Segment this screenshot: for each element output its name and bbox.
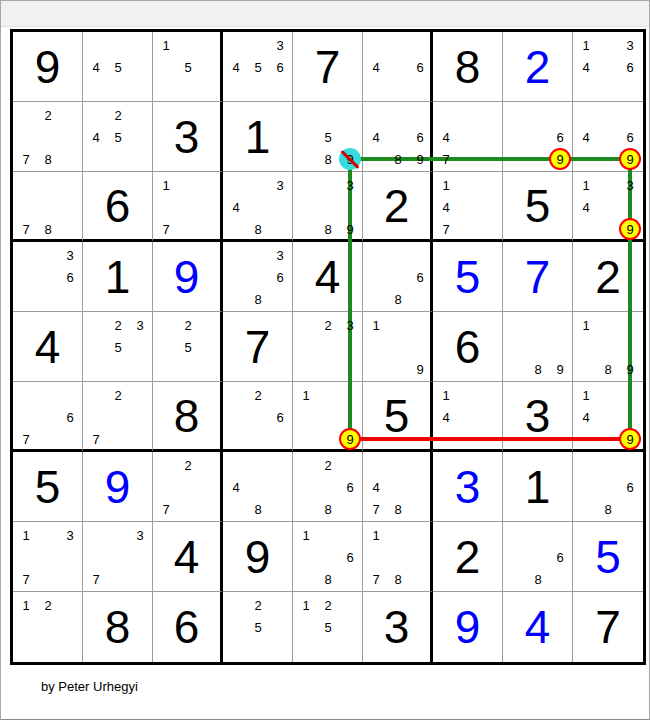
given-value-6: 6 (83, 172, 152, 239)
cell-r7c7[interactable]: 3 (433, 452, 503, 522)
cell-r8c7[interactable]: 2 (433, 522, 503, 592)
candidate-6: 6 (409, 266, 431, 288)
candidate-7: 7 (435, 148, 457, 170)
candidate-7: 7 (365, 498, 387, 520)
given-value-6: 6 (153, 592, 220, 662)
given-value-5: 5 (13, 452, 82, 521)
cell-r8c8[interactable]: 68 (503, 522, 573, 592)
given-value-7: 7 (293, 32, 362, 101)
cell-r4c5[interactable]: 4 (293, 242, 363, 312)
given-value-4: 4 (153, 522, 220, 591)
given-value-5: 5 (503, 172, 572, 239)
solved-value-2: 2 (503, 32, 572, 101)
cell-r1c9[interactable]: 1346 (573, 32, 643, 102)
solved-value-5: 5 (573, 522, 643, 591)
candidate-1: 1 (365, 524, 387, 546)
candidate-4: 4 (435, 406, 457, 428)
candidate-8: 8 (317, 148, 339, 170)
cell-r1c2[interactable]: 45 (83, 32, 153, 102)
candidate-2: 2 (177, 314, 199, 336)
cell-r2c3[interactable]: 3 (153, 102, 223, 172)
cell-r1c4[interactable]: 3456 (223, 32, 293, 102)
given-value-2: 2 (573, 242, 643, 311)
given-value-5: 5 (363, 382, 430, 449)
candidate-8: 8 (527, 358, 549, 380)
candidate-6: 6 (269, 56, 291, 78)
given-value-1: 1 (83, 242, 152, 311)
candidate-6: 6 (339, 546, 361, 568)
candidate-8: 8 (37, 218, 59, 240)
candidate-4: 4 (575, 406, 597, 428)
cell-r5c9[interactable]: 189 (573, 312, 643, 382)
top-bar (1, 1, 649, 27)
candidate-8: 8 (317, 498, 339, 520)
given-value-2: 2 (433, 522, 502, 591)
cell-r8c1[interactable]: 137 (13, 522, 83, 592)
candidate-1: 1 (15, 524, 37, 546)
cell-r7c3[interactable]: 27 (153, 452, 223, 522)
candidate-8: 8 (387, 568, 409, 590)
candidate-5: 5 (317, 126, 339, 148)
candidate-6: 6 (269, 266, 291, 288)
candidate-2: 2 (37, 104, 59, 126)
cell-r6c4[interactable]: 26 (223, 382, 293, 452)
candidate-2: 2 (107, 314, 129, 336)
cell-r7c4[interactable]: 48 (223, 452, 293, 522)
cell-r3c3[interactable]: 17 (153, 172, 223, 242)
candidate-2: 2 (317, 594, 339, 616)
candidate-3: 3 (269, 34, 291, 56)
cell-r2c8[interactable]: 69 (503, 102, 573, 172)
cell-r2c9[interactable]: 469 (573, 102, 643, 172)
candidate-4: 4 (85, 126, 107, 148)
candidate-7: 7 (155, 498, 177, 520)
candidate-1: 1 (435, 384, 457, 406)
candidate-4: 4 (435, 126, 457, 148)
cell-r5c1[interactable]: 4 (13, 312, 83, 382)
candidate-8: 8 (37, 148, 59, 170)
cell-r3c4[interactable]: 348 (223, 172, 293, 242)
candidate-3: 3 (59, 244, 81, 266)
candidate-6: 6 (339, 476, 361, 498)
candidate-2: 2 (177, 454, 199, 476)
candidate-3: 3 (129, 314, 151, 336)
given-value-6: 6 (433, 312, 502, 381)
cell-r1c6[interactable]: 46 (363, 32, 433, 102)
candidate-9: 9 (339, 218, 361, 240)
given-value-4: 4 (293, 242, 362, 311)
cell-r6c9[interactable]: 149 (573, 382, 643, 452)
cell-r9c5[interactable]: 125 (293, 592, 363, 662)
cell-r7c6[interactable]: 478 (363, 452, 433, 522)
candidate-9: 9 (409, 358, 431, 380)
cell-r5c3[interactable]: 25 (153, 312, 223, 382)
candidate-5: 5 (177, 336, 199, 358)
given-value-1: 1 (223, 102, 292, 171)
cell-r6c2[interactable]: 27 (83, 382, 153, 452)
candidate-7: 7 (85, 428, 107, 450)
cell-r7c8[interactable]: 1 (503, 452, 573, 522)
candidate-9: 9 (619, 358, 641, 380)
candidate-7: 7 (155, 218, 177, 240)
chain-node-candidate-9: 9 (619, 148, 641, 170)
candidate-1: 1 (575, 34, 597, 56)
cell-r5c5[interactable]: 23 (293, 312, 363, 382)
cell-r5c4[interactable]: 7 (223, 312, 293, 382)
candidate-4: 4 (365, 126, 387, 148)
candidate-3: 3 (339, 314, 361, 336)
candidate-4: 4 (365, 56, 387, 78)
candidate-2: 2 (247, 384, 269, 406)
cell-r9c1[interactable]: 12 (13, 592, 83, 662)
solved-value-9: 9 (83, 452, 152, 521)
candidate-8: 8 (387, 148, 409, 170)
cell-r8c6[interactable]: 178 (363, 522, 433, 592)
cell-r4c6[interactable]: 68 (363, 242, 433, 312)
cell-r4c4[interactable]: 368 (223, 242, 293, 312)
cell-r4c3[interactable]: 9 (153, 242, 223, 312)
candidate-6: 6 (409, 126, 431, 148)
given-value-8: 8 (433, 32, 502, 101)
candidate-4: 4 (575, 196, 597, 218)
cell-r5c8[interactable]: 89 (503, 312, 573, 382)
candidate-1: 1 (365, 314, 387, 336)
candidate-4: 4 (225, 56, 247, 78)
candidate-1: 1 (575, 314, 597, 336)
cell-r3c1[interactable]: 78 (13, 172, 83, 242)
candidate-7: 7 (435, 218, 457, 240)
candidate-2: 2 (317, 454, 339, 476)
cell-r4c8[interactable]: 7 (503, 242, 573, 312)
candidate-1: 1 (435, 174, 457, 196)
candidate-8: 8 (247, 218, 269, 240)
candidate-6: 6 (269, 406, 291, 428)
given-value-4: 4 (13, 312, 82, 381)
candidate-1: 1 (575, 384, 597, 406)
cell-r4c2[interactable]: 1 (83, 242, 153, 312)
solved-value-5: 5 (433, 242, 502, 311)
eliminated-candidate-9: 9 (339, 148, 361, 170)
cell-r1c5[interactable]: 7 (293, 32, 363, 102)
candidate-3: 3 (619, 174, 641, 196)
cell-r6c7[interactable]: 14 (433, 382, 503, 452)
given-value-8: 8 (153, 382, 220, 449)
candidate-9: 9 (409, 148, 431, 170)
candidate-6: 6 (409, 56, 431, 78)
chain-node-candidate-9: 9 (549, 148, 571, 170)
candidate-1: 1 (295, 594, 317, 616)
cell-r5c6[interactable]: 19 (363, 312, 433, 382)
cell-r6c8[interactable]: 3 (503, 382, 573, 452)
credit-text: by Peter Urhegyi (41, 679, 138, 694)
candidate-7: 7 (365, 568, 387, 590)
cell-r1c8[interactable]: 2 (503, 32, 573, 102)
candidate-1: 1 (15, 594, 37, 616)
cell-r6c3[interactable]: 8 (153, 382, 223, 452)
candidate-6: 6 (549, 546, 571, 568)
candidate-1: 1 (575, 174, 597, 196)
given-value-7: 7 (223, 312, 292, 381)
given-value-7: 7 (573, 592, 643, 662)
given-value-3: 3 (153, 102, 220, 171)
candidate-8: 8 (317, 568, 339, 590)
cell-r2c5[interactable]: 589 (293, 102, 363, 172)
solved-value-3: 3 (433, 452, 502, 521)
candidate-8: 8 (527, 568, 549, 590)
candidate-5: 5 (107, 336, 129, 358)
candidate-8: 8 (317, 218, 339, 240)
candidate-5: 5 (247, 56, 269, 78)
candidate-5: 5 (247, 616, 269, 638)
cell-r8c4[interactable]: 9 (223, 522, 293, 592)
cell-r5c2[interactable]: 235 (83, 312, 153, 382)
candidate-9: 9 (549, 358, 571, 380)
cell-r2c1[interactable]: 278 (13, 102, 83, 172)
candidate-1: 1 (295, 524, 317, 546)
candidate-8: 8 (597, 358, 619, 380)
candidate-6: 6 (549, 126, 571, 148)
candidate-1: 1 (295, 384, 317, 406)
chain-node-candidate-9: 9 (619, 218, 641, 240)
candidate-2: 2 (107, 384, 129, 406)
solved-value-4: 4 (503, 592, 572, 662)
candidate-4: 4 (575, 126, 597, 148)
candidate-5: 5 (317, 616, 339, 638)
cell-r3c5[interactable]: 389 (293, 172, 363, 242)
cell-r8c3[interactable]: 4 (153, 522, 223, 592)
cell-r9c4[interactable]: 25 (223, 592, 293, 662)
candidate-6: 6 (619, 476, 641, 498)
given-value-1: 1 (503, 452, 572, 521)
cell-r2c2[interactable]: 245 (83, 102, 153, 172)
cell-r2c6[interactable]: 4689 (363, 102, 433, 172)
cell-r8c5[interactable]: 168 (293, 522, 363, 592)
cell-r6c1[interactable]: 67 (13, 382, 83, 452)
candidate-3: 3 (59, 524, 81, 546)
candidate-7: 7 (15, 148, 37, 170)
candidate-3: 3 (619, 34, 641, 56)
cell-r3c6[interactable]: 2 (363, 172, 433, 242)
candidate-2: 2 (247, 594, 269, 616)
app-window: 9451534567468213462782453158946894769469… (0, 0, 650, 720)
cell-r4c9[interactable]: 2 (573, 242, 643, 312)
cell-r8c2[interactable]: 37 (83, 522, 153, 592)
cell-r9c9[interactable]: 7 (573, 592, 643, 662)
candidate-1: 1 (155, 34, 177, 56)
cell-r7c2[interactable]: 9 (83, 452, 153, 522)
cell-r8c9[interactable]: 5 (573, 522, 643, 592)
candidate-6: 6 (619, 126, 641, 148)
candidate-2: 2 (37, 594, 59, 616)
candidate-5: 5 (107, 126, 129, 148)
cell-r5c7[interactable]: 6 (433, 312, 503, 382)
cell-r7c1[interactable]: 5 (13, 452, 83, 522)
candidate-6: 6 (59, 406, 81, 428)
given-value-3: 3 (503, 382, 572, 449)
cell-r9c6[interactable]: 3 (363, 592, 433, 662)
cell-r2c7[interactable]: 47 (433, 102, 503, 172)
candidate-2: 2 (317, 314, 339, 336)
cell-r2c4[interactable]: 1 (223, 102, 293, 172)
candidate-5: 5 (177, 56, 199, 78)
sudoku-board: 9451534567468213462782453158946894769469… (10, 29, 646, 665)
cell-r1c7[interactable]: 8 (433, 32, 503, 102)
candidate-4: 4 (365, 476, 387, 498)
candidate-5: 5 (107, 56, 129, 78)
candidate-3: 3 (129, 524, 151, 546)
cell-r7c5[interactable]: 268 (293, 452, 363, 522)
given-value-8: 8 (83, 592, 152, 662)
candidate-2: 2 (107, 104, 129, 126)
cell-r1c3[interactable]: 15 (153, 32, 223, 102)
cell-r9c7[interactable]: 9 (433, 592, 503, 662)
solved-value-7: 7 (503, 242, 572, 311)
given-value-2: 2 (363, 172, 430, 239)
given-value-3: 3 (363, 592, 430, 662)
cell-r4c7[interactable]: 5 (433, 242, 503, 312)
candidate-7: 7 (85, 568, 107, 590)
candidate-7: 7 (15, 218, 37, 240)
cell-r3c7[interactable]: 147 (433, 172, 503, 242)
candidate-6: 6 (619, 56, 641, 78)
cell-r9c8[interactable]: 4 (503, 592, 573, 662)
candidate-1: 1 (155, 174, 177, 196)
cell-r7c9[interactable]: 68 (573, 452, 643, 522)
candidate-4: 4 (85, 56, 107, 78)
solved-value-9: 9 (153, 242, 220, 311)
candidate-4: 4 (435, 196, 457, 218)
given-value-9: 9 (13, 32, 82, 101)
candidate-7: 7 (15, 428, 37, 450)
cell-r6c5[interactable]: 19 (293, 382, 363, 452)
cell-r3c8[interactable]: 5 (503, 172, 573, 242)
solved-value-9: 9 (433, 592, 502, 662)
candidate-8: 8 (247, 498, 269, 520)
cell-r9c3[interactable]: 6 (153, 592, 223, 662)
cell-r9c2[interactable]: 8 (83, 592, 153, 662)
chain-node-candidate-9: 9 (619, 428, 641, 450)
candidate-7: 7 (15, 568, 37, 590)
candidate-8: 8 (597, 498, 619, 520)
candidate-4: 4 (225, 196, 247, 218)
cell-r3c2[interactable]: 6 (83, 172, 153, 242)
given-value-9: 9 (223, 522, 292, 591)
candidate-8: 8 (387, 498, 409, 520)
chain-node-candidate-9: 9 (339, 428, 361, 450)
cell-r3c9[interactable]: 1349 (573, 172, 643, 242)
cell-r6c6[interactable]: 5 (363, 382, 433, 452)
candidate-3: 3 (269, 174, 291, 196)
candidate-8: 8 (387, 288, 409, 310)
candidate-3: 3 (339, 174, 361, 196)
candidate-4: 4 (225, 476, 247, 498)
candidate-8: 8 (247, 288, 269, 310)
candidate-3: 3 (269, 244, 291, 266)
candidate-4: 4 (575, 56, 597, 78)
cell-r4c1[interactable]: 36 (13, 242, 83, 312)
cell-r1c1[interactable]: 9 (13, 32, 83, 102)
candidate-6: 6 (59, 266, 81, 288)
